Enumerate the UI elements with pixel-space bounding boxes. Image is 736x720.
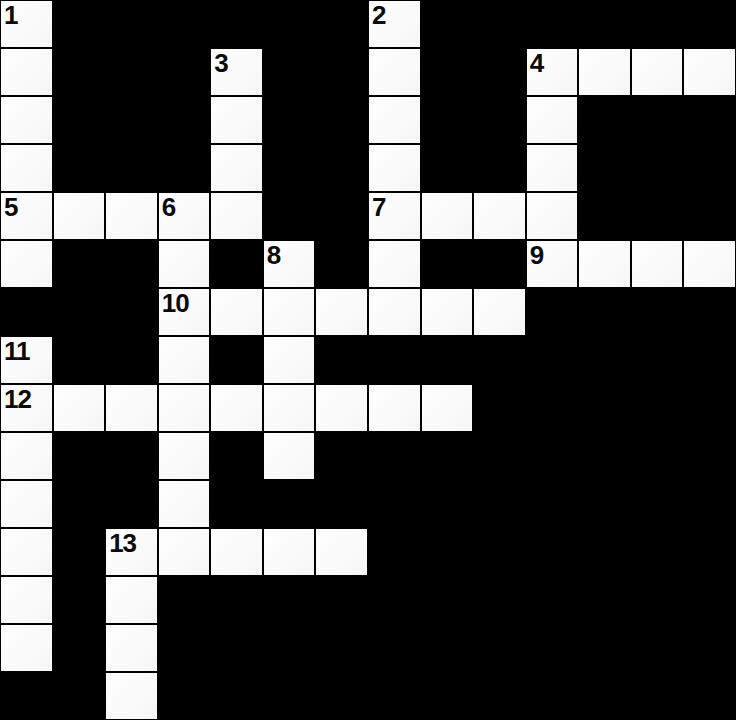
block-r12c9 (473, 576, 526, 624)
block-r2c13 (683, 96, 736, 144)
block-r2c5 (263, 96, 316, 144)
block-r10c10 (526, 480, 579, 528)
clue-number-1: 1 (4, 1, 17, 30)
cell-r5c10[interactable]: 9 (526, 240, 579, 288)
block-r0c8 (421, 0, 474, 48)
cell-r11c6[interactable] (315, 528, 368, 576)
block-r6c12 (631, 288, 684, 336)
cell-r3c7[interactable] (368, 144, 421, 192)
block-r13c10 (526, 624, 579, 672)
block-r3c11 (578, 144, 631, 192)
block-r9c12 (631, 432, 684, 480)
block-r10c6 (315, 480, 368, 528)
block-r14c7 (368, 672, 421, 720)
cell-r5c0[interactable] (0, 240, 53, 288)
block-r3c2 (105, 144, 158, 192)
cell-r3c0[interactable] (0, 144, 53, 192)
block-r7c4 (210, 336, 263, 384)
cell-r10c0[interactable] (0, 480, 53, 528)
cell-r4c1[interactable] (53, 192, 106, 240)
block-r13c12 (631, 624, 684, 672)
block-r7c6 (315, 336, 368, 384)
block-r9c11 (578, 432, 631, 480)
block-r11c12 (631, 528, 684, 576)
cell-r6c7[interactable] (368, 288, 421, 336)
block-r5c6 (315, 240, 368, 288)
block-r10c5 (263, 480, 316, 528)
clue-number-2: 2 (372, 1, 385, 30)
cell-r2c4[interactable] (210, 96, 263, 144)
block-r6c10 (526, 288, 579, 336)
block-r5c4 (210, 240, 263, 288)
cell-r6c5[interactable] (263, 288, 316, 336)
block-r9c8 (421, 432, 474, 480)
block-r0c1 (53, 0, 106, 48)
block-r13c7 (368, 624, 421, 672)
block-r8c13 (683, 384, 736, 432)
block-r12c12 (631, 576, 684, 624)
clue-number-5: 5 (4, 193, 17, 222)
cell-r5c13[interactable] (683, 240, 736, 288)
cell-r5c11[interactable] (578, 240, 631, 288)
clue-number-7: 7 (372, 193, 385, 222)
block-r1c3 (158, 48, 211, 96)
block-r14c5 (263, 672, 316, 720)
block-r13c11 (578, 624, 631, 672)
block-r7c12 (631, 336, 684, 384)
block-r11c8 (421, 528, 474, 576)
block-r5c1 (53, 240, 106, 288)
block-r12c11 (578, 576, 631, 624)
block-r2c2 (105, 96, 158, 144)
block-r10c13 (683, 480, 736, 528)
block-r14c12 (631, 672, 684, 720)
block-r11c9 (473, 528, 526, 576)
block-r1c6 (315, 48, 368, 96)
block-r6c2 (105, 288, 158, 336)
block-r8c10 (526, 384, 579, 432)
block-r14c0 (0, 672, 53, 720)
block-r1c8 (421, 48, 474, 96)
block-r7c2 (105, 336, 158, 384)
block-r9c9 (473, 432, 526, 480)
block-r0c2 (105, 0, 158, 48)
block-r9c1 (53, 432, 106, 480)
block-r7c10 (526, 336, 579, 384)
clue-number-10: 10 (162, 289, 189, 318)
block-r13c5 (263, 624, 316, 672)
block-r13c4 (210, 624, 263, 672)
cell-r8c0[interactable]: 12 (0, 384, 53, 432)
block-r3c9 (473, 144, 526, 192)
cell-r1c4[interactable]: 3 (210, 48, 263, 96)
block-r11c13 (683, 528, 736, 576)
cell-r6c4[interactable] (210, 288, 263, 336)
block-r10c4 (210, 480, 263, 528)
block-r5c2 (105, 240, 158, 288)
cell-r0c0[interactable]: 1 (0, 0, 53, 48)
block-r11c10 (526, 528, 579, 576)
cell-r1c12[interactable] (631, 48, 684, 96)
cell-r11c5[interactable] (263, 528, 316, 576)
cell-r13c0[interactable] (0, 624, 53, 672)
block-r7c1 (53, 336, 106, 384)
clue-number-6: 6 (162, 193, 175, 222)
cell-r4c0[interactable]: 5 (0, 192, 53, 240)
block-r11c11 (578, 528, 631, 576)
block-r12c6 (315, 576, 368, 624)
block-r3c12 (631, 144, 684, 192)
crossword-page: 12345678910111213 (0, 0, 736, 720)
block-r14c8 (421, 672, 474, 720)
block-r1c9 (473, 48, 526, 96)
cell-r12c2[interactable] (105, 576, 158, 624)
block-r4c12 (631, 192, 684, 240)
block-r4c13 (683, 192, 736, 240)
block-r2c12 (631, 96, 684, 144)
cell-r8c7[interactable] (368, 384, 421, 432)
block-r1c2 (105, 48, 158, 96)
cell-r7c3[interactable] (158, 336, 211, 384)
block-r7c7 (368, 336, 421, 384)
block-r14c1 (53, 672, 106, 720)
cell-r6c3[interactable]: 10 (158, 288, 211, 336)
cell-r8c6[interactable] (315, 384, 368, 432)
cell-r1c10[interactable]: 4 (526, 48, 579, 96)
block-r3c13 (683, 144, 736, 192)
block-r5c9 (473, 240, 526, 288)
cell-r11c3[interactable] (158, 528, 211, 576)
block-r9c4 (210, 432, 263, 480)
cell-r7c5[interactable] (263, 336, 316, 384)
block-r3c8 (421, 144, 474, 192)
cell-r1c11[interactable] (578, 48, 631, 96)
cell-r4c7[interactable]: 7 (368, 192, 421, 240)
block-r2c9 (473, 96, 526, 144)
cell-r8c3[interactable] (158, 384, 211, 432)
block-r13c13 (683, 624, 736, 672)
block-r3c1 (53, 144, 106, 192)
block-r0c11 (578, 0, 631, 48)
block-r0c4 (210, 0, 263, 48)
block-r4c6 (315, 192, 368, 240)
clue-number-13: 13 (109, 529, 136, 558)
cell-r9c5[interactable] (263, 432, 316, 480)
cell-r12c0[interactable] (0, 576, 53, 624)
block-r0c12 (631, 0, 684, 48)
block-r11c7 (368, 528, 421, 576)
block-r14c3 (158, 672, 211, 720)
cell-r5c3[interactable] (158, 240, 211, 288)
block-r9c13 (683, 432, 736, 480)
clue-number-4: 4 (530, 49, 543, 78)
block-r7c11 (578, 336, 631, 384)
block-r1c1 (53, 48, 106, 96)
block-r7c13 (683, 336, 736, 384)
cell-r0c7[interactable]: 2 (368, 0, 421, 48)
block-r9c2 (105, 432, 158, 480)
block-r6c0 (0, 288, 53, 336)
cell-r9c3[interactable] (158, 432, 211, 480)
cell-r8c1[interactable] (53, 384, 106, 432)
clue-number-8: 8 (267, 241, 280, 270)
block-r10c12 (631, 480, 684, 528)
crossword-board: 12345678910111213 (0, 0, 736, 720)
cell-r6c9[interactable] (473, 288, 526, 336)
cell-r5c12[interactable] (631, 240, 684, 288)
cell-r11c2[interactable]: 13 (105, 528, 158, 576)
block-r2c8 (421, 96, 474, 144)
block-r1c5 (263, 48, 316, 96)
block-r6c13 (683, 288, 736, 336)
cell-r11c4[interactable] (210, 528, 263, 576)
block-r9c7 (368, 432, 421, 480)
block-r3c6 (315, 144, 368, 192)
block-r12c7 (368, 576, 421, 624)
block-r2c11 (578, 96, 631, 144)
clue-number-3: 3 (214, 49, 227, 78)
block-r0c13 (683, 0, 736, 48)
cell-r1c0[interactable] (0, 48, 53, 96)
block-r10c9 (473, 480, 526, 528)
block-r14c9 (473, 672, 526, 720)
cell-r6c6[interactable] (315, 288, 368, 336)
cell-r3c4[interactable] (210, 144, 263, 192)
cell-r8c2[interactable] (105, 384, 158, 432)
block-r0c5 (263, 0, 316, 48)
block-r12c1 (53, 576, 106, 624)
block-r14c11 (578, 672, 631, 720)
block-r14c13 (683, 672, 736, 720)
cell-r4c10[interactable] (526, 192, 579, 240)
cell-r8c5[interactable] (263, 384, 316, 432)
block-r11c1 (53, 528, 106, 576)
cell-r8c4[interactable] (210, 384, 263, 432)
block-r14c6 (315, 672, 368, 720)
block-r13c8 (421, 624, 474, 672)
cell-r4c4[interactable] (210, 192, 263, 240)
block-r13c9 (473, 624, 526, 672)
cell-r14c2[interactable] (105, 672, 158, 720)
block-r3c5 (263, 144, 316, 192)
block-r13c1 (53, 624, 106, 672)
block-r4c11 (578, 192, 631, 240)
block-r13c3 (158, 624, 211, 672)
cell-r1c7[interactable] (368, 48, 421, 96)
cell-r10c3[interactable] (158, 480, 211, 528)
block-r14c4 (210, 672, 263, 720)
block-r10c2 (105, 480, 158, 528)
cell-r11c0[interactable] (0, 528, 53, 576)
cell-r3c10[interactable] (526, 144, 579, 192)
block-r4c5 (263, 192, 316, 240)
clue-number-9: 9 (530, 241, 543, 270)
block-r9c10 (526, 432, 579, 480)
cell-r13c2[interactable] (105, 624, 158, 672)
block-r5c8 (421, 240, 474, 288)
block-r0c9 (473, 0, 526, 48)
block-r10c8 (421, 480, 474, 528)
block-r10c7 (368, 480, 421, 528)
cell-r6c8[interactable] (421, 288, 474, 336)
block-r2c1 (53, 96, 106, 144)
cell-r5c5[interactable]: 8 (263, 240, 316, 288)
block-r13c6 (315, 624, 368, 672)
block-r12c4 (210, 576, 263, 624)
cell-r4c2[interactable] (105, 192, 158, 240)
block-r10c11 (578, 480, 631, 528)
block-r8c9 (473, 384, 526, 432)
block-r10c1 (53, 480, 106, 528)
cell-r2c10[interactable] (526, 96, 579, 144)
cell-r4c3[interactable]: 6 (158, 192, 211, 240)
block-r7c8 (421, 336, 474, 384)
block-r6c1 (53, 288, 106, 336)
block-r8c12 (631, 384, 684, 432)
block-r0c3 (158, 0, 211, 48)
block-r0c6 (315, 0, 368, 48)
cell-r9c0[interactable] (0, 432, 53, 480)
block-r12c10 (526, 576, 579, 624)
cell-r2c0[interactable] (0, 96, 53, 144)
block-r12c5 (263, 576, 316, 624)
block-r12c13 (683, 576, 736, 624)
cell-r5c7[interactable] (368, 240, 421, 288)
cell-r2c7[interactable] (368, 96, 421, 144)
cell-r1c13[interactable] (683, 48, 736, 96)
cell-r8c8[interactable] (421, 384, 474, 432)
block-r9c6 (315, 432, 368, 480)
block-r0c10 (526, 0, 579, 48)
clue-number-11: 11 (4, 337, 30, 366)
block-r6c11 (578, 288, 631, 336)
block-r2c3 (158, 96, 211, 144)
block-r7c9 (473, 336, 526, 384)
clue-number-12: 12 (4, 385, 31, 414)
block-r12c3 (158, 576, 211, 624)
cell-r4c8[interactable] (421, 192, 474, 240)
block-r12c8 (421, 576, 474, 624)
cell-r7c0[interactable]: 11 (0, 336, 53, 384)
block-r14c10 (526, 672, 579, 720)
block-r3c3 (158, 144, 211, 192)
block-r8c11 (578, 384, 631, 432)
block-r2c6 (315, 96, 368, 144)
cell-r4c9[interactable] (473, 192, 526, 240)
